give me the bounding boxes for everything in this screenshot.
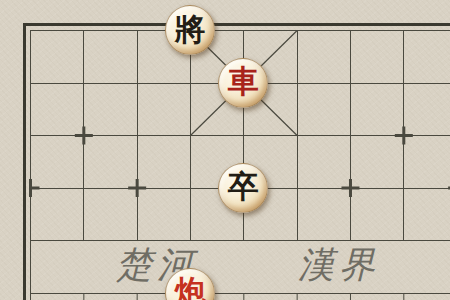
piece-glyph: 卒 xyxy=(228,171,259,202)
piece-glyph: 炮 xyxy=(174,276,205,300)
xiangqi-board: 楚河 漢界 將車卒炮 xyxy=(0,0,450,300)
piece-red-cannon[interactable]: 炮 xyxy=(165,268,215,300)
pieces-layer: 將車卒炮 xyxy=(0,0,450,300)
piece-red-chariot[interactable]: 車 xyxy=(218,58,268,108)
piece-glyph: 將 xyxy=(174,14,205,45)
piece-black-soldier[interactable]: 卒 xyxy=(218,163,268,213)
piece-glyph: 車 xyxy=(228,66,259,97)
piece-black-general[interactable]: 將 xyxy=(165,5,215,55)
